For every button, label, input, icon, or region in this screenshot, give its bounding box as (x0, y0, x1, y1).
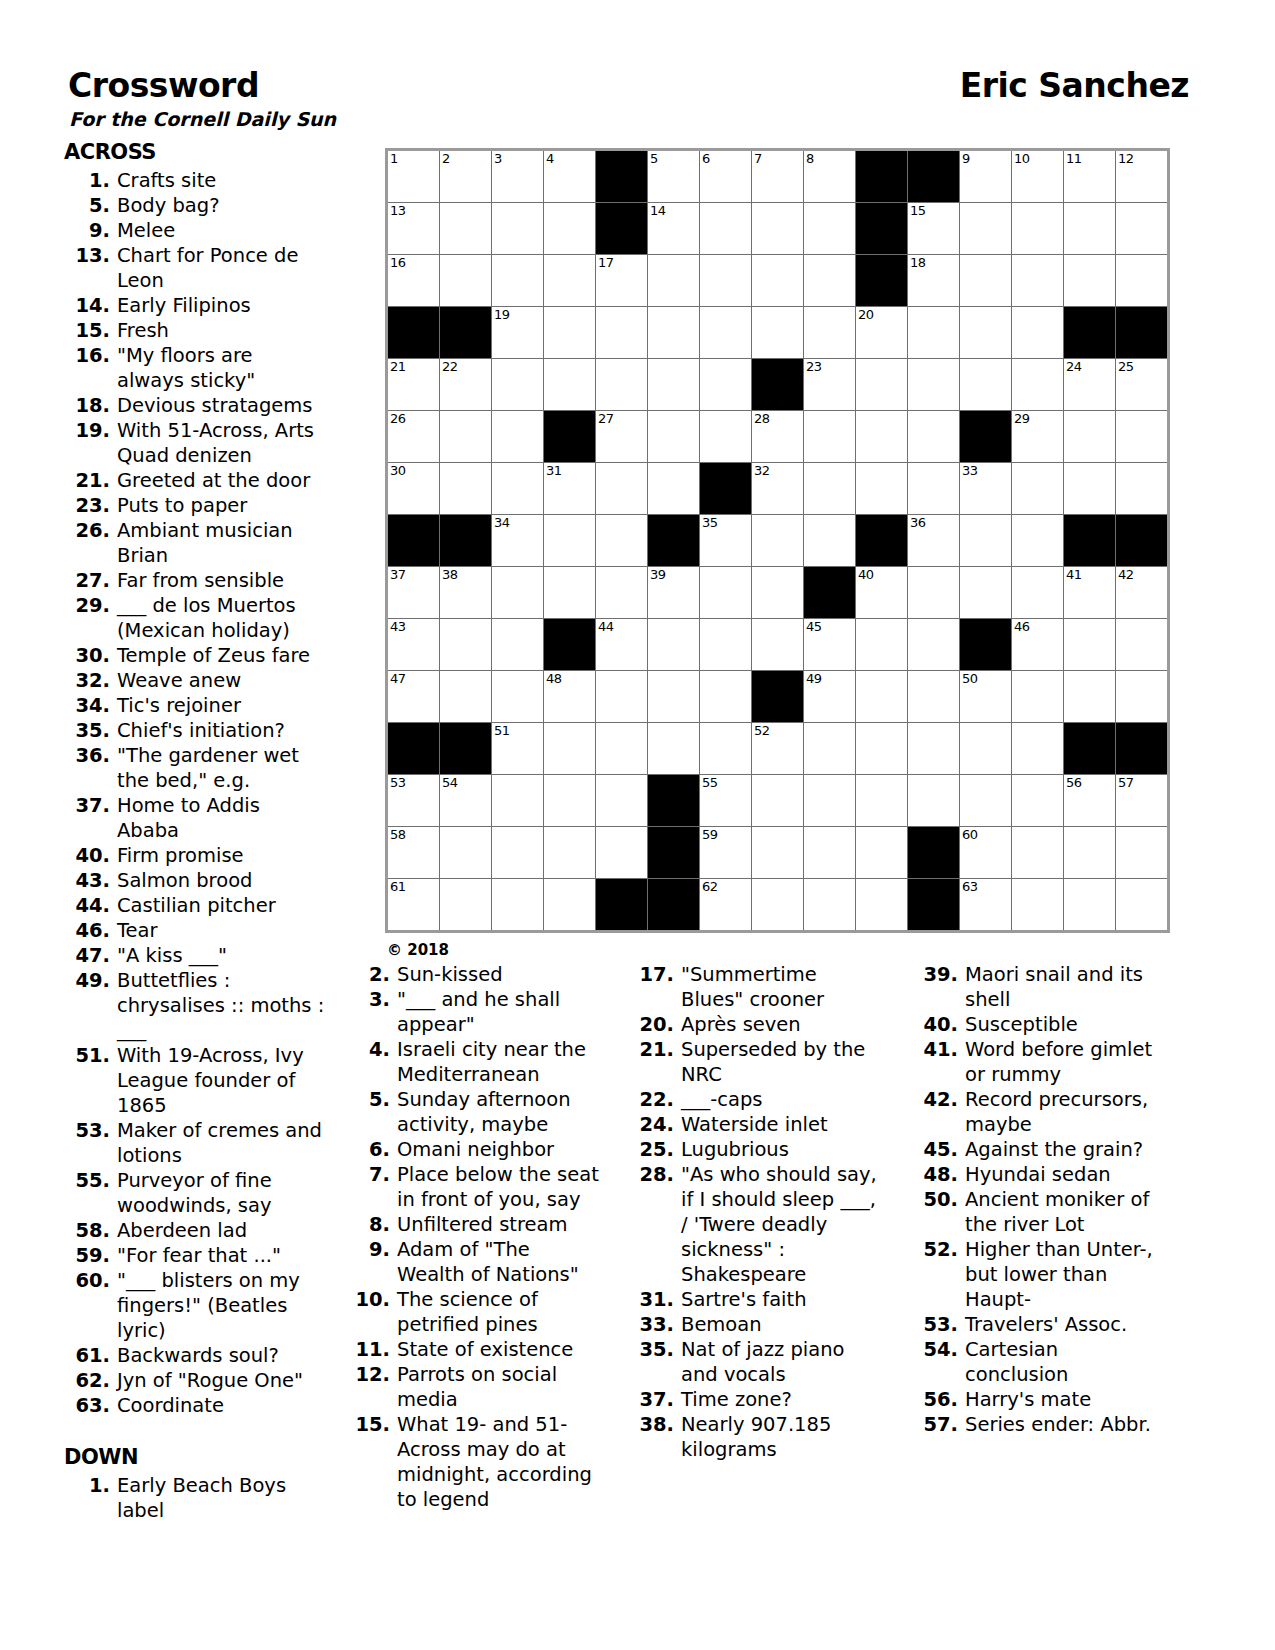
clue-text: Omani neighbor (397, 1137, 602, 1162)
grid-cell (440, 463, 491, 514)
black-cell (388, 515, 439, 566)
grid-cell (596, 775, 647, 826)
grid-cell: 62 (700, 879, 751, 930)
grid-cell: 57 (1116, 775, 1167, 826)
grid-cell (960, 255, 1011, 306)
grid-cell: 22 (440, 359, 491, 410)
clue-item: 20.Après seven (626, 1012, 877, 1037)
grid-cell: 28 (752, 411, 803, 462)
grid-cell: 52 (752, 723, 803, 774)
cell-number: 1 (390, 152, 398, 166)
cell-number: 58 (390, 828, 406, 842)
black-cell (804, 567, 855, 618)
grid-cell (596, 567, 647, 618)
clue-number: 51. (64, 1043, 110, 1068)
grid-cell (492, 463, 543, 514)
grid-cell (596, 723, 647, 774)
clue-number: 26. (64, 518, 110, 543)
grid-cell (544, 203, 595, 254)
clue-text: "___ and he shall appear" (397, 987, 602, 1037)
clue-item: 59."For fear that ..." (64, 1243, 356, 1268)
grid-cell (700, 255, 751, 306)
grid-cell (804, 723, 855, 774)
clue-item: 28."As who should say, if I should sleep… (626, 1162, 877, 1287)
grid-cell (752, 827, 803, 878)
clue-number: 23. (64, 493, 110, 518)
black-cell (544, 411, 595, 462)
black-cell (908, 879, 959, 930)
cell-number: 52 (754, 724, 770, 738)
cell-number: 45 (806, 620, 822, 634)
clue-number: 22. (626, 1087, 674, 1112)
clue-item: 5.Sunday afternoon activity, maybe (350, 1087, 602, 1137)
grid-cell (856, 879, 907, 930)
clue-item: 17."Summertime Blues" crooner (626, 962, 877, 1012)
black-cell (388, 307, 439, 358)
clue-text: Buttetflies : chrysalises :: moths : ___ (117, 968, 325, 1043)
clue-text: With 51-Across, Arts Quad denizen (117, 418, 325, 468)
grid-cell (752, 775, 803, 826)
clue-item: 15.What 19- and 51-Across may do at midn… (350, 1412, 602, 1512)
grid-cell (492, 411, 543, 462)
grid-cell (648, 307, 699, 358)
cell-number: 23 (806, 360, 822, 374)
grid-cell (544, 307, 595, 358)
clue-text: Sartre's faith (681, 1287, 877, 1312)
clue-number: 15. (350, 1412, 390, 1437)
black-cell (856, 151, 907, 202)
black-cell (596, 151, 647, 202)
grid-cell (1064, 619, 1115, 670)
clue-number: 59. (64, 1243, 110, 1268)
clue-item: 30.Temple of Zeus fare (64, 643, 356, 668)
clue-number: 50. (910, 1187, 958, 1212)
black-cell (856, 203, 907, 254)
cell-number: 5 (650, 152, 658, 166)
cell-number: 57 (1118, 776, 1134, 790)
grid-cell: 40 (856, 567, 907, 618)
grid-cell (856, 775, 907, 826)
grid-cell (804, 775, 855, 826)
grid-cell (1064, 463, 1115, 514)
grid-cell (804, 203, 855, 254)
cell-number: 30 (390, 464, 406, 478)
cell-number: 60 (962, 828, 978, 842)
grid-cell: 49 (804, 671, 855, 722)
black-cell (648, 515, 699, 566)
cell-number: 17 (598, 256, 614, 270)
grid-cell (492, 671, 543, 722)
clue-text: Crafts site (117, 168, 325, 193)
clue-item: 3."___ and he shall appear" (350, 987, 602, 1037)
grid-cell (648, 671, 699, 722)
black-cell (648, 827, 699, 878)
clue-text: Weave anew (117, 668, 325, 693)
grid-cell: 55 (700, 775, 751, 826)
clue-text: Castilian pitcher (117, 893, 325, 918)
grid-cell: 8 (804, 151, 855, 202)
clue-item: 60."___ blisters on my fingers!" (Beatle… (64, 1268, 356, 1343)
black-cell (596, 879, 647, 930)
clue-number: 18. (64, 393, 110, 418)
grid-cell (856, 723, 907, 774)
clue-number: 56. (910, 1387, 958, 1412)
clue-item: 27.Far from sensible (64, 568, 356, 593)
clue-text: Against the grain? (965, 1137, 1163, 1162)
cell-number: 26 (390, 412, 406, 426)
grid-cell (908, 463, 959, 514)
clue-text: Backwards soul? (117, 1343, 325, 1368)
grid-cell (1012, 723, 1063, 774)
grid-cell (1116, 827, 1167, 878)
clue-item: 24.Waterside inlet (626, 1112, 877, 1137)
grid-cell (1064, 203, 1115, 254)
cell-number: 4 (546, 152, 554, 166)
grid-cell (596, 515, 647, 566)
cell-number: 29 (1014, 412, 1030, 426)
clue-text: Jyn of "Rogue One" (117, 1368, 325, 1393)
clue-item: 39.Maori snail and its shell (910, 962, 1163, 1012)
author-byline: Eric Sanchez (960, 66, 1189, 105)
grid-cell (440, 255, 491, 306)
clue-number: 25. (626, 1137, 674, 1162)
grid-cell: 1 (388, 151, 439, 202)
grid-cell (1116, 463, 1167, 514)
grid-cell (544, 567, 595, 618)
clue-number: 45. (910, 1137, 958, 1162)
grid-cell (440, 879, 491, 930)
clue-text: Melee (117, 218, 325, 243)
clue-text: Greeted at the door (117, 468, 325, 493)
grid-cell: 7 (752, 151, 803, 202)
grid-cell: 58 (388, 827, 439, 878)
grid-area: 1234567891011121314151617181920212223242… (385, 148, 1170, 959)
grid-cell: 44 (596, 619, 647, 670)
clue-number: 11. (350, 1337, 390, 1362)
grid-cell (960, 515, 1011, 566)
grid-cell (492, 255, 543, 306)
grid-cell (908, 671, 959, 722)
grid-cell: 17 (596, 255, 647, 306)
grid-cell (544, 723, 595, 774)
clue-text: Time zone? (681, 1387, 877, 1412)
cell-number: 20 (858, 308, 874, 322)
clue-item: 58.Aberdeen lad (64, 1218, 356, 1243)
clue-text: State of existence (397, 1337, 602, 1362)
grid-cell (544, 775, 595, 826)
black-cell (1116, 515, 1167, 566)
clue-item: 32.Weave anew (64, 668, 356, 693)
down-header: DOWN (64, 1445, 356, 1470)
clue-item: 50.Ancient moniker of the river Lot (910, 1187, 1163, 1237)
clue-item: 5.Body bag? (64, 193, 356, 218)
grid-cell (804, 411, 855, 462)
cell-number: 41 (1066, 568, 1082, 582)
grid-cell: 6 (700, 151, 751, 202)
grid-cell: 24 (1064, 359, 1115, 410)
cell-number: 14 (650, 204, 666, 218)
clue-item: 38.Nearly 907.185 kilograms (626, 1412, 877, 1462)
grid-cell: 43 (388, 619, 439, 670)
clue-item: 48.Hyundai sedan (910, 1162, 1163, 1187)
clue-text: Chief's initiation? (117, 718, 325, 743)
grid-cell: 37 (388, 567, 439, 618)
grid-cell (856, 359, 907, 410)
grid-cell (1012, 255, 1063, 306)
grid-cell (544, 359, 595, 410)
clue-number: 55. (64, 1168, 110, 1193)
clue-number: 40. (910, 1012, 958, 1037)
grid-cell (908, 411, 959, 462)
grid-cell (544, 255, 595, 306)
clue-text: Series ender: Abbr. (965, 1412, 1163, 1437)
clue-text: Chart for Ponce de Leon (117, 243, 325, 293)
clue-number: 35. (626, 1337, 674, 1362)
grid-cell: 30 (388, 463, 439, 514)
cell-number: 36 (910, 516, 926, 530)
grid-cell (752, 515, 803, 566)
grid-cell (960, 359, 1011, 410)
grid-cell: 61 (388, 879, 439, 930)
cell-number: 35 (702, 516, 718, 530)
grid-cell (700, 619, 751, 670)
clue-text: Early Filipinos (117, 293, 325, 318)
grid-cell: 38 (440, 567, 491, 618)
clue-item: 57.Series ender: Abbr. (910, 1412, 1163, 1437)
down-clue-column-2: 17."Summertime Blues" crooner20.Après se… (626, 962, 877, 1462)
cell-number: 15 (910, 204, 926, 218)
clue-number: 52. (910, 1237, 958, 1262)
clue-number: 10. (350, 1287, 390, 1312)
clue-item: 40.Susceptible (910, 1012, 1163, 1037)
clue-item: 54.Cartesian conclusion (910, 1337, 1163, 1387)
cell-number: 39 (650, 568, 666, 582)
black-cell (856, 255, 907, 306)
cell-number: 9 (962, 152, 970, 166)
clue-number: 60. (64, 1268, 110, 1293)
clue-number: 43. (64, 868, 110, 893)
clue-number: 58. (64, 1218, 110, 1243)
cell-number: 27 (598, 412, 614, 426)
clue-number: 38. (626, 1412, 674, 1437)
grid-cell (960, 775, 1011, 826)
clue-number: 1. (64, 168, 110, 193)
cell-number: 13 (390, 204, 406, 218)
grid-cell: 50 (960, 671, 1011, 722)
clue-item: 7.Place below the seat in front of you, … (350, 1162, 602, 1212)
copyright-notice: © 2018 (387, 941, 1170, 959)
clue-text: Maori snail and its shell (965, 962, 1163, 1012)
publication-subtitle: For the Cornell Daily Sun (69, 108, 336, 130)
clue-text: Temple of Zeus fare (117, 643, 325, 668)
grid-cell (1116, 619, 1167, 670)
cell-number: 43 (390, 620, 406, 634)
grid-cell: 21 (388, 359, 439, 410)
clue-item: 15.Fresh (64, 318, 356, 343)
clue-number: 9. (350, 1237, 390, 1262)
clue-item: 31.Sartre's faith (626, 1287, 877, 1312)
cell-number: 51 (494, 724, 510, 738)
clue-text: ___ de los Muertos (Mexican holiday) (117, 593, 325, 643)
grid-cell (440, 411, 491, 462)
clue-text: Salmon brood (117, 868, 325, 893)
clue-item: 43.Salmon brood (64, 868, 356, 893)
clue-item: 37.Home to Addis Ababa (64, 793, 356, 843)
clue-text: Higher than Unter-, but lower than Haupt… (965, 1237, 1163, 1312)
grid-cell (596, 463, 647, 514)
grid-cell: 45 (804, 619, 855, 670)
clue-item: 49.Buttetflies : chrysalises :: moths : … (64, 968, 356, 1043)
clue-text: Body bag? (117, 193, 325, 218)
clue-text: "A kiss ___" (117, 943, 325, 968)
cell-number: 42 (1118, 568, 1134, 582)
clue-text: "___ blisters on my fingers!" (Beatles l… (117, 1268, 325, 1343)
grid-cell: 18 (908, 255, 959, 306)
grid-cell: 33 (960, 463, 1011, 514)
clue-text: Ambiant musician Brian (117, 518, 325, 568)
cell-number: 8 (806, 152, 814, 166)
clue-number: 9. (64, 218, 110, 243)
clue-item: 36."The gardener wet the bed," e.g. (64, 743, 356, 793)
clue-text: Fresh (117, 318, 325, 343)
clue-number: 37. (626, 1387, 674, 1412)
clue-number: 6. (350, 1137, 390, 1162)
grid-cell: 51 (492, 723, 543, 774)
clue-text: Hyundai sedan (965, 1162, 1163, 1187)
grid-cell: 23 (804, 359, 855, 410)
clue-text: "Summertime Blues" crooner (681, 962, 877, 1012)
cell-number: 44 (598, 620, 614, 634)
cell-number: 55 (702, 776, 718, 790)
clue-text: Sun-kissed (397, 962, 602, 987)
clue-item: 62.Jyn of "Rogue One" (64, 1368, 356, 1393)
grid-cell (648, 619, 699, 670)
clue-item: 8.Unfiltered stream (350, 1212, 602, 1237)
grid-cell: 54 (440, 775, 491, 826)
clue-text: "For fear that ..." (117, 1243, 325, 1268)
cell-number: 10 (1014, 152, 1030, 166)
grid-cell: 41 (1064, 567, 1115, 618)
clue-item: 47."A kiss ___" (64, 943, 356, 968)
black-cell (596, 203, 647, 254)
cell-number: 11 (1066, 152, 1082, 166)
cell-number: 33 (962, 464, 978, 478)
grid-cell: 36 (908, 515, 959, 566)
grid-cell (1116, 255, 1167, 306)
clue-item: 35.Chief's initiation? (64, 718, 356, 743)
grid-cell: 32 (752, 463, 803, 514)
cell-number: 49 (806, 672, 822, 686)
grid-cell (492, 619, 543, 670)
cell-number: 53 (390, 776, 406, 790)
clue-text: Waterside inlet (681, 1112, 877, 1137)
grid-cell (440, 671, 491, 722)
grid-cell (856, 463, 907, 514)
grid-cell (1012, 515, 1063, 566)
grid-cell (804, 827, 855, 878)
clue-number: 5. (64, 193, 110, 218)
grid-cell (908, 775, 959, 826)
clue-text: Harry's mate (965, 1387, 1163, 1412)
grid-cell (492, 359, 543, 410)
clue-item: 2.Sun-kissed (350, 962, 602, 987)
grid-cell (700, 411, 751, 462)
grid-cell: 34 (492, 515, 543, 566)
cell-number: 22 (442, 360, 458, 374)
black-cell (544, 619, 595, 670)
cell-number: 19 (494, 308, 510, 322)
grid-cell: 31 (544, 463, 595, 514)
grid-cell (856, 411, 907, 462)
grid-cell (648, 359, 699, 410)
grid-cell: 12 (1116, 151, 1167, 202)
clue-text: Israeli city near the Mediterranean (397, 1037, 602, 1087)
grid-cell: 9 (960, 151, 1011, 202)
black-cell (1064, 723, 1115, 774)
clue-text: Firm promise (117, 843, 325, 868)
cell-number: 38 (442, 568, 458, 582)
clue-text: Tear (117, 918, 325, 943)
clue-item: 52.Higher than Unter-, but lower than Ha… (910, 1237, 1163, 1312)
cell-number: 12 (1118, 152, 1134, 166)
grid-cell (700, 359, 751, 410)
clue-number: 19. (64, 418, 110, 443)
grid-cell (1012, 775, 1063, 826)
grid-cell: 25 (1116, 359, 1167, 410)
clue-item: 10.The science of petrified pines (350, 1287, 602, 1337)
grid-cell: 15 (908, 203, 959, 254)
clue-item: 6.Omani neighbor (350, 1137, 602, 1162)
clue-item: 61.Backwards soul? (64, 1343, 356, 1368)
cell-number: 3 (494, 152, 502, 166)
clue-number: 17. (626, 962, 674, 987)
clue-number: 54. (910, 1337, 958, 1362)
grid-cell (596, 671, 647, 722)
cell-number: 2 (442, 152, 450, 166)
grid-cell (1012, 827, 1063, 878)
clue-text: Puts to paper (117, 493, 325, 518)
clue-text: "As who should say, if I should sleep __… (681, 1162, 877, 1287)
grid-cell (700, 203, 751, 254)
grid-cell: 26 (388, 411, 439, 462)
clue-text: Coordinate (117, 1393, 325, 1418)
clue-item: 51.With 19-Across, Ivy League founder of… (64, 1043, 356, 1118)
grid-cell (908, 567, 959, 618)
clue-number: 46. (64, 918, 110, 943)
clue-number: 44. (64, 893, 110, 918)
grid-cell (752, 619, 803, 670)
grid-cell (700, 307, 751, 358)
grid-cell (596, 827, 647, 878)
grid-cell: 47 (388, 671, 439, 722)
clue-item: 22.___-caps (626, 1087, 877, 1112)
clue-number: 40. (64, 843, 110, 868)
cell-number: 21 (390, 360, 406, 374)
grid-cell (856, 619, 907, 670)
clue-number: 48. (910, 1162, 958, 1187)
grid-cell (1012, 879, 1063, 930)
grid-cell (804, 879, 855, 930)
grid-cell (700, 671, 751, 722)
cell-number: 37 (390, 568, 406, 582)
clue-text: ___-caps (681, 1087, 877, 1112)
black-cell (1064, 307, 1115, 358)
clue-text: Tic's rejoiner (117, 693, 325, 718)
clue-number: 61. (64, 1343, 110, 1368)
clue-number: 62. (64, 1368, 110, 1393)
clue-item: 37.Time zone? (626, 1387, 877, 1412)
black-cell (752, 359, 803, 410)
